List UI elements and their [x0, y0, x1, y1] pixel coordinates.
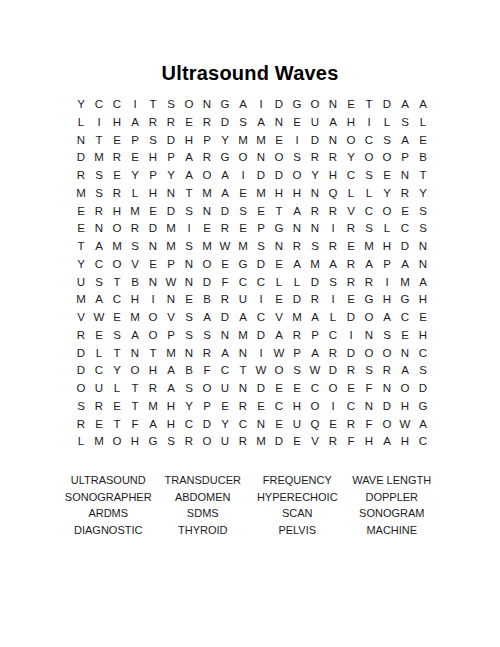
grid-cell: D — [144, 220, 162, 238]
grid-cell: H — [144, 149, 162, 167]
grid-cell: I — [126, 96, 144, 114]
grid-cell: L — [72, 114, 90, 132]
grid-cell: D — [216, 114, 234, 132]
grid-cell: S — [108, 327, 126, 345]
grid-cell: R — [234, 398, 252, 416]
grid-cell: V — [126, 256, 144, 274]
grid-cell: L — [360, 185, 378, 203]
grid-cell: M — [306, 256, 324, 274]
grid-cell: L — [342, 185, 360, 203]
grid-cell: E — [108, 167, 126, 185]
grid-cell: R — [324, 238, 342, 256]
grid-cell: Y — [180, 398, 198, 416]
word-list-item: ARDMS — [61, 505, 156, 522]
grid-cell: R — [198, 114, 216, 132]
grid-cell: D — [270, 167, 288, 185]
grid-cell: H — [126, 433, 144, 451]
word-list-item: SDMS — [156, 505, 251, 522]
word-list-item: ABDOMEN — [156, 489, 251, 506]
grid-cell: L — [270, 274, 288, 292]
grid-cell: N — [126, 345, 144, 363]
grid-cell: P — [126, 132, 144, 150]
grid-cell: S — [180, 238, 198, 256]
grid-cell: C — [180, 416, 198, 434]
grid-cell: D — [72, 362, 90, 380]
grid-cell: S — [90, 274, 108, 292]
grid-cell: B — [198, 291, 216, 309]
grid-cell: G — [396, 291, 414, 309]
grid-cell: E — [144, 203, 162, 221]
grid-cell: U — [288, 416, 306, 434]
grid-cell: A — [234, 309, 252, 327]
grid-cell: E — [414, 132, 432, 150]
grid-cell: N — [198, 203, 216, 221]
grid-cell: A — [126, 114, 144, 132]
grid-cell: M — [234, 132, 252, 150]
grid-cell: C — [234, 274, 252, 292]
grid-cell: N — [180, 345, 198, 363]
grid-cell: A — [378, 433, 396, 451]
grid-cell: G — [216, 149, 234, 167]
grid-cell: D — [252, 256, 270, 274]
grid-cell: I — [234, 167, 252, 185]
grid-cell: N — [234, 345, 252, 363]
grid-cell: O — [144, 327, 162, 345]
grid-cell: P — [288, 345, 306, 363]
grid-cell: S — [360, 167, 378, 185]
grid-cell: M — [90, 149, 108, 167]
grid-cell: Y — [126, 167, 144, 185]
grid-cell: N — [252, 149, 270, 167]
grid-cell: O — [288, 167, 306, 185]
grid-cell: H — [342, 114, 360, 132]
grid-cell: F — [126, 416, 144, 434]
grid-cell: E — [108, 132, 126, 150]
grid-cell: D — [162, 203, 180, 221]
grid-cell: A — [324, 114, 342, 132]
grid-cell: G — [216, 96, 234, 114]
grid-cell: I — [342, 327, 360, 345]
word-list-item: HYPERECHOIC — [250, 489, 345, 506]
grid-cell: U — [72, 274, 90, 292]
grid-cell: Y — [342, 149, 360, 167]
grid-cell: T — [234, 362, 252, 380]
grid-cell: M — [288, 309, 306, 327]
grid-cell: N — [270, 238, 288, 256]
grid-cell: H — [378, 291, 396, 309]
word-list-item: SONOGRAM — [345, 505, 440, 522]
grid-cell: M — [252, 185, 270, 203]
grid-cell: R — [234, 433, 252, 451]
grid-cell: R — [306, 149, 324, 167]
grid-cell: L — [288, 274, 306, 292]
grid-cell: L — [378, 220, 396, 238]
grid-cell: E — [234, 185, 252, 203]
grid-cell: T — [360, 96, 378, 114]
grid-cell: A — [198, 309, 216, 327]
grid-cell: V — [270, 309, 288, 327]
grid-cell: I — [324, 291, 342, 309]
word-list: ULTRASOUNDTRANSDUCERFREQUENCYWAVE LENGTH… — [61, 472, 439, 538]
grid-cell: R — [72, 327, 90, 345]
grid-cell: S — [162, 96, 180, 114]
puzzle-title: Ultrasound Waves — [0, 62, 500, 85]
grid-cell: A — [144, 416, 162, 434]
grid-cell: U — [306, 114, 324, 132]
grid-cell: S — [180, 327, 198, 345]
grid-cell: C — [306, 380, 324, 398]
grid-cell: N — [252, 416, 270, 434]
grid-cell: E — [342, 291, 360, 309]
grid-cell: I — [252, 345, 270, 363]
grid-cell: R — [324, 433, 342, 451]
grid-cell: A — [288, 256, 306, 274]
grid-cell: C — [90, 256, 108, 274]
grid-cell: L — [108, 380, 126, 398]
word-list-item: DIAGNOSTIC — [61, 522, 156, 539]
grid-cell: G — [270, 220, 288, 238]
grid-cell: R — [342, 256, 360, 274]
grid-cell: H — [108, 203, 126, 221]
grid-cell: A — [126, 327, 144, 345]
grid-cell: A — [234, 96, 252, 114]
grid-cell: T — [72, 238, 90, 256]
grid-cell: C — [234, 416, 252, 434]
grid-cell: R — [90, 398, 108, 416]
grid-cell: R — [216, 291, 234, 309]
grid-cell: M — [234, 238, 252, 256]
grid-cell: W — [216, 238, 234, 256]
grid-cell: T — [180, 185, 198, 203]
grid-cell: Y — [72, 256, 90, 274]
grid-cell: E — [72, 220, 90, 238]
grid-cell: D — [162, 132, 180, 150]
grid-cell: C — [270, 398, 288, 416]
grid-cell: D — [270, 96, 288, 114]
grid-cell: M — [108, 238, 126, 256]
grid-cell: B — [126, 274, 144, 292]
grid-cell: E — [216, 256, 234, 274]
grid-cell: A — [396, 362, 414, 380]
grid-cell: O — [360, 309, 378, 327]
grid-cell: H — [414, 291, 432, 309]
grid-cell: S — [414, 362, 432, 380]
grid-cell: G — [234, 256, 252, 274]
word-list-item: PELVIS — [250, 522, 345, 539]
grid-cell: S — [72, 398, 90, 416]
grid-cell: O — [198, 380, 216, 398]
grid-cell: R — [216, 220, 234, 238]
grid-cell: C — [90, 362, 108, 380]
grid-cell: N — [396, 345, 414, 363]
grid-cell: D — [252, 167, 270, 185]
grid-cell: A — [216, 345, 234, 363]
grid-cell: O — [144, 309, 162, 327]
grid-cell: S — [360, 362, 378, 380]
grid-cell: N — [198, 96, 216, 114]
grid-cell: E — [288, 114, 306, 132]
grid-cell: A — [90, 238, 108, 256]
grid-cell: E — [378, 167, 396, 185]
grid-cell: O — [306, 398, 324, 416]
grid-cell: G — [288, 96, 306, 114]
grid-cell: E — [180, 114, 198, 132]
grid-cell: R — [342, 274, 360, 292]
grid-cell: E — [108, 309, 126, 327]
grid-cell: P — [198, 398, 216, 416]
grid-cell: M — [90, 433, 108, 451]
grid-cell: S — [252, 238, 270, 256]
grid-cell: Y — [216, 416, 234, 434]
grid-cell: D — [306, 274, 324, 292]
grid-cell: O — [234, 149, 252, 167]
grid-cell: M — [162, 238, 180, 256]
grid-cell: E — [324, 416, 342, 434]
grid-cell: S — [378, 327, 396, 345]
grid-cell: H — [396, 433, 414, 451]
grid-cell: D — [72, 345, 90, 363]
grid-cell: I — [180, 220, 198, 238]
grid-cell: C — [342, 167, 360, 185]
grid-cell: N — [270, 114, 288, 132]
grid-cell: S — [144, 132, 162, 150]
grid-cell: C — [414, 345, 432, 363]
grid-cell: G — [414, 398, 432, 416]
grid-cell: G — [144, 433, 162, 451]
grid-cell: O — [270, 149, 288, 167]
grid-cell: N — [72, 132, 90, 150]
word-search-page: Ultrasound Waves YCCITSONGAIDGONETDAALIH… — [0, 0, 500, 647]
grid-cell: O — [72, 380, 90, 398]
grid-cell: N — [180, 256, 198, 274]
grid-cell: E — [126, 149, 144, 167]
grid-cell: N — [324, 96, 342, 114]
grid-cell: S — [414, 203, 432, 221]
grid-cell: N — [414, 238, 432, 256]
grid-cell: Y — [108, 362, 126, 380]
grid-cell: M — [126, 203, 144, 221]
word-list-item: MACHINE — [345, 522, 440, 539]
grid-cell: O — [108, 433, 126, 451]
grid-cell: L — [414, 114, 432, 132]
grid-cell: T — [414, 167, 432, 185]
grid-cell: T — [126, 398, 144, 416]
grid-cell: E — [414, 309, 432, 327]
grid-cell: T — [144, 96, 162, 114]
grid-cell: C — [90, 96, 108, 114]
grid-cell: H — [360, 433, 378, 451]
grid-cell: P — [144, 167, 162, 185]
grid-cell: C — [396, 220, 414, 238]
grid-cell: L — [324, 309, 342, 327]
grid-cell: N — [306, 185, 324, 203]
grid-cell: H — [414, 327, 432, 345]
grid-cell: S — [180, 380, 198, 398]
grid-cell: I — [90, 114, 108, 132]
grid-cell: T — [90, 132, 108, 150]
grid-cell: O — [324, 380, 342, 398]
grid-cell: C — [324, 327, 342, 345]
grid-cell: G — [360, 291, 378, 309]
grid-cell: E — [270, 416, 288, 434]
grid-cell: R — [180, 433, 198, 451]
grid-cell: S — [414, 220, 432, 238]
grid-cell: V — [306, 433, 324, 451]
grid-cell: D — [378, 398, 396, 416]
grid-cell: E — [342, 380, 360, 398]
grid-cell: D — [414, 380, 432, 398]
grid-cell: O — [342, 132, 360, 150]
grid-cell: A — [396, 132, 414, 150]
grid-cell: H — [162, 416, 180, 434]
grid-cell: H — [270, 185, 288, 203]
grid-cell: D — [198, 274, 216, 292]
grid-cell: H — [324, 167, 342, 185]
grid-cell: A — [180, 167, 198, 185]
grid-cell: A — [306, 309, 324, 327]
grid-cell: C — [396, 309, 414, 327]
grid-cell: R — [324, 149, 342, 167]
grid-cell: T — [144, 345, 162, 363]
grid-cell: S — [126, 238, 144, 256]
grid-cell: E — [234, 220, 252, 238]
grid-cell: O — [180, 96, 198, 114]
grid-cell: I — [378, 274, 396, 292]
grid-cell: H — [396, 398, 414, 416]
grid-cell: E — [270, 256, 288, 274]
grid-cell: M — [72, 185, 90, 203]
grid-cell: H — [108, 114, 126, 132]
grid-cell: Y — [378, 185, 396, 203]
word-list-item: ULTRASOUND — [61, 472, 156, 489]
word-list-item: THYROID — [156, 522, 251, 539]
grid-cell: N — [414, 256, 432, 274]
grid-cell: A — [324, 256, 342, 274]
grid-cell: Y — [72, 96, 90, 114]
grid-cell: A — [216, 185, 234, 203]
grid-cell: E — [252, 203, 270, 221]
grid-cell: L — [126, 185, 144, 203]
grid-cell: P — [378, 256, 396, 274]
grid-cell: M — [144, 398, 162, 416]
grid-cell: H — [288, 185, 306, 203]
grid-cell: N — [360, 327, 378, 345]
grid-cell: R — [324, 345, 342, 363]
grid-cell: O — [126, 362, 144, 380]
grid-cell: E — [342, 96, 360, 114]
grid-cell: O — [378, 149, 396, 167]
grid-cell: O — [198, 433, 216, 451]
grid-cell: D — [198, 416, 216, 434]
grid-cell: R — [306, 291, 324, 309]
grid-cell: E — [288, 433, 306, 451]
grid-cell: S — [198, 327, 216, 345]
grid-cell: E — [342, 238, 360, 256]
grid-cell: O — [198, 256, 216, 274]
grid-cell: R — [198, 149, 216, 167]
grid-cell: L — [378, 114, 396, 132]
grid-cell: Q — [306, 416, 324, 434]
grid-cell: C — [252, 274, 270, 292]
grid-cell: R — [378, 362, 396, 380]
grid-cell: Y — [216, 132, 234, 150]
grid-cell: P — [162, 256, 180, 274]
grid-cell: U — [216, 433, 234, 451]
grid-cell: E — [288, 380, 306, 398]
word-list-item: SONOGRAPHER — [61, 489, 156, 506]
grid-cell: D — [270, 433, 288, 451]
grid-cell: P — [306, 327, 324, 345]
grid-cell: R — [126, 220, 144, 238]
grid-cell: S — [324, 274, 342, 292]
grid-cell: O — [396, 380, 414, 398]
grid-cell: D — [216, 203, 234, 221]
grid-cell: A — [414, 274, 432, 292]
grid-cell: R — [306, 203, 324, 221]
grid-cell: E — [396, 327, 414, 345]
grid-cell: D — [72, 149, 90, 167]
grid-cell: R — [108, 149, 126, 167]
grid-cell: S — [180, 309, 198, 327]
grid-cell: A — [414, 416, 432, 434]
grid-cell: M — [162, 220, 180, 238]
grid-cell: D — [252, 380, 270, 398]
grid-cell: P — [162, 149, 180, 167]
grid-cell: T — [108, 416, 126, 434]
grid-cell: N — [162, 291, 180, 309]
grid-cell: O — [108, 256, 126, 274]
grid-cell: R — [144, 380, 162, 398]
grid-cell: N — [144, 274, 162, 292]
grid-cell: L — [72, 433, 90, 451]
grid-cell: S — [90, 167, 108, 185]
grid-cell: M — [360, 238, 378, 256]
grid-cell: H — [288, 398, 306, 416]
grid-cell: M — [252, 433, 270, 451]
grid-cell: E — [270, 291, 288, 309]
grid-cell: O — [378, 203, 396, 221]
grid-cell: F — [360, 416, 378, 434]
grid-cell: P — [396, 149, 414, 167]
grid-cell: V — [342, 203, 360, 221]
grid-cell: U — [234, 291, 252, 309]
grid-cell: H — [378, 238, 396, 256]
grid-cell: A — [360, 256, 378, 274]
grid-cell: N — [288, 220, 306, 238]
grid-cell: T — [108, 274, 126, 292]
grid-cell: M — [198, 238, 216, 256]
grid-cell: O — [198, 167, 216, 185]
grid-cell: F — [198, 362, 216, 380]
grid-cell: O — [378, 345, 396, 363]
grid-cell: W — [306, 362, 324, 380]
grid-cell: R — [72, 416, 90, 434]
grid-cell: A — [306, 345, 324, 363]
grid-cell: C — [360, 203, 378, 221]
grid-cell: D — [216, 309, 234, 327]
grid-cell: R — [342, 220, 360, 238]
grid-cell: D — [288, 291, 306, 309]
grid-cell: O — [270, 362, 288, 380]
grid-cell: M — [162, 345, 180, 363]
grid-cell: W — [162, 274, 180, 292]
grid-cell: P — [162, 327, 180, 345]
grid-cell: I — [324, 398, 342, 416]
grid-cell: U — [90, 380, 108, 398]
word-list-item: WAVE LENGTH — [345, 472, 440, 489]
grid-cell: F — [216, 274, 234, 292]
grid-cell: C — [414, 433, 432, 451]
